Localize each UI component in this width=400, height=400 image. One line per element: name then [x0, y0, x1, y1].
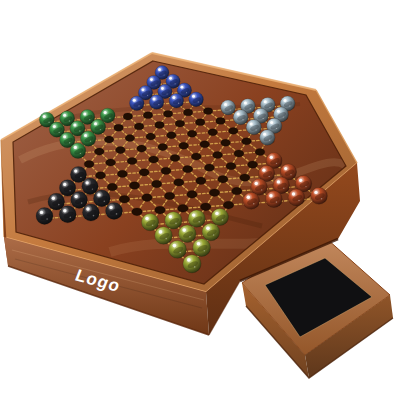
marble-black[interactable] — [93, 190, 110, 207]
hole[interactable] — [142, 194, 152, 202]
hole[interactable] — [161, 167, 171, 174]
marble-gray-blue[interactable] — [260, 130, 275, 145]
marble-olive[interactable] — [211, 208, 228, 225]
marble-olive[interactable] — [155, 227, 173, 245]
marble-red[interactable] — [266, 191, 283, 208]
marble-black[interactable] — [82, 178, 98, 194]
hole[interactable] — [209, 189, 219, 197]
hole[interactable] — [132, 208, 143, 216]
hole[interactable] — [213, 151, 223, 158]
hole[interactable] — [221, 139, 231, 146]
hole[interactable] — [152, 180, 162, 187]
hole[interactable] — [155, 122, 164, 129]
hole[interactable] — [123, 113, 132, 120]
hole[interactable] — [200, 141, 210, 148]
hole[interactable] — [183, 166, 193, 173]
hole[interactable] — [104, 136, 114, 143]
hole[interactable] — [149, 156, 159, 163]
hole[interactable] — [114, 124, 123, 131]
hole[interactable] — [248, 161, 258, 168]
hole[interactable] — [164, 110, 173, 117]
hole[interactable] — [106, 159, 116, 166]
product-photo: Logo — [0, 0, 400, 400]
hole[interactable] — [143, 112, 152, 119]
marble-blue[interactable] — [130, 96, 145, 111]
hole[interactable] — [229, 127, 238, 134]
marble-red[interactable] — [243, 193, 260, 210]
marble-red[interactable] — [311, 188, 328, 205]
hole[interactable] — [187, 191, 197, 199]
marble-olive[interactable] — [193, 239, 211, 257]
marble-gray-blue[interactable] — [233, 110, 248, 125]
hole[interactable] — [116, 147, 126, 154]
marble-blue[interactable] — [149, 95, 164, 110]
hole[interactable] — [208, 129, 217, 136]
marble-olive[interactable] — [179, 225, 197, 243]
hole[interactable] — [226, 162, 236, 169]
hole[interactable] — [129, 182, 139, 189]
hole[interactable] — [234, 150, 244, 157]
hole[interactable] — [94, 148, 104, 155]
hole[interactable] — [107, 183, 117, 190]
marble-green[interactable] — [70, 143, 86, 159]
hole[interactable] — [137, 145, 147, 152]
hole[interactable] — [218, 175, 228, 182]
hole[interactable] — [223, 201, 233, 209]
marble-black[interactable] — [71, 192, 88, 209]
marble-gray-blue[interactable] — [221, 100, 236, 115]
hole[interactable] — [187, 130, 196, 137]
hole[interactable] — [240, 174, 250, 181]
marble-blue[interactable] — [189, 92, 204, 107]
marble-black[interactable] — [36, 208, 53, 225]
hole[interactable] — [204, 164, 214, 171]
marble-black[interactable] — [106, 202, 123, 219]
hole[interactable] — [184, 109, 193, 116]
hole[interactable] — [139, 169, 149, 176]
hole[interactable] — [117, 170, 127, 177]
hole[interactable] — [127, 157, 137, 164]
hole[interactable] — [216, 117, 225, 124]
hole[interactable] — [119, 196, 129, 204]
hole[interactable] — [146, 133, 156, 140]
marble-blue[interactable] — [169, 93, 184, 108]
hole[interactable] — [179, 142, 189, 149]
hole[interactable] — [196, 119, 205, 126]
hole[interactable] — [196, 177, 206, 184]
hole[interactable] — [232, 187, 242, 195]
hole[interactable] — [95, 172, 105, 179]
hole[interactable] — [191, 153, 201, 160]
marble-olive[interactable] — [188, 210, 205, 227]
hole[interactable] — [255, 148, 265, 155]
hole[interactable] — [125, 135, 135, 142]
marble-gray-blue[interactable] — [246, 120, 261, 135]
marble-green[interactable] — [81, 131, 96, 146]
marble-olive[interactable] — [169, 241, 187, 259]
hole[interactable] — [167, 132, 176, 139]
hole[interactable] — [178, 205, 189, 213]
marble-red[interactable] — [288, 189, 305, 206]
marble-olive[interactable] — [142, 214, 159, 231]
hole[interactable] — [134, 123, 143, 130]
marble-black[interactable] — [82, 204, 99, 221]
hole[interactable] — [158, 144, 168, 151]
hole[interactable] — [200, 203, 210, 211]
hole[interactable] — [84, 160, 94, 167]
hole[interactable] — [155, 206, 166, 214]
marble-olive[interactable] — [202, 223, 220, 241]
chinese-checkers-board: Logo — [0, 0, 400, 400]
hole[interactable] — [175, 120, 184, 127]
hole[interactable] — [242, 138, 252, 145]
hole[interactable] — [170, 154, 180, 161]
marble-olive[interactable] — [165, 212, 182, 229]
hole[interactable] — [204, 108, 213, 115]
hole[interactable] — [164, 192, 174, 200]
marble-black[interactable] — [59, 206, 76, 223]
hole[interactable] — [174, 179, 184, 186]
marble-olive[interactable] — [183, 255, 201, 273]
